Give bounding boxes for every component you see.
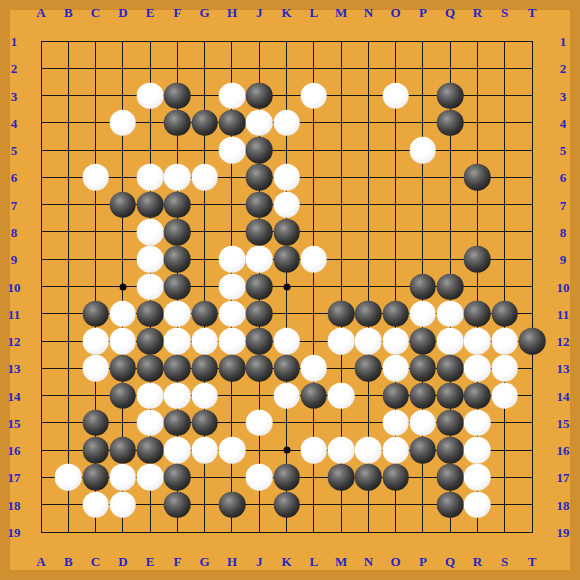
white-stone (437, 328, 464, 355)
column-label-bottom: H (227, 555, 237, 568)
white-stone (382, 355, 409, 382)
column-label-top: J (256, 6, 263, 19)
row-label-left: 13 (8, 362, 21, 375)
column-label-top: G (200, 6, 210, 19)
row-label-right: 3 (560, 89, 567, 102)
white-stone (137, 382, 164, 409)
black-stone (110, 355, 137, 382)
column-label-top: K (281, 6, 291, 19)
black-stone (246, 355, 273, 382)
black-stone (164, 219, 191, 246)
white-stone (300, 355, 327, 382)
column-label-top: C (91, 6, 100, 19)
black-stone (437, 382, 464, 409)
black-stone (437, 273, 464, 300)
row-label-left: 4 (11, 116, 18, 129)
white-stone (300, 246, 327, 273)
white-stone (219, 82, 246, 109)
black-stone (219, 355, 246, 382)
star-point (119, 283, 126, 290)
white-stone (464, 437, 491, 464)
row-label-right: 19 (557, 526, 570, 539)
white-stone (328, 328, 355, 355)
black-stone (164, 464, 191, 491)
white-stone (437, 300, 464, 327)
white-stone (164, 164, 191, 191)
column-label-bottom: Q (445, 555, 455, 568)
white-stone (300, 82, 327, 109)
grid-line (41, 150, 533, 151)
white-stone (82, 164, 109, 191)
black-stone (219, 491, 246, 518)
white-stone (464, 464, 491, 491)
black-stone (437, 82, 464, 109)
black-stone (382, 300, 409, 327)
column-label-top: N (364, 6, 373, 19)
column-label-bottom: S (501, 555, 508, 568)
white-stone (382, 328, 409, 355)
white-stone (137, 410, 164, 437)
black-stone (137, 355, 164, 382)
row-label-right: 2 (560, 62, 567, 75)
black-stone (437, 410, 464, 437)
black-stone (273, 491, 300, 518)
black-stone (246, 273, 273, 300)
white-stone (55, 464, 82, 491)
white-stone (164, 382, 191, 409)
white-stone (410, 137, 437, 164)
column-label-bottom: P (419, 555, 427, 568)
row-label-left: 18 (8, 498, 21, 511)
white-stone (491, 382, 518, 409)
row-label-right: 7 (560, 198, 567, 211)
black-stone (191, 110, 218, 137)
white-stone (273, 191, 300, 218)
white-stone (137, 464, 164, 491)
white-stone (355, 328, 382, 355)
black-stone (164, 110, 191, 137)
black-stone (110, 437, 137, 464)
row-label-left: 15 (8, 416, 21, 429)
black-stone (328, 464, 355, 491)
black-stone (137, 300, 164, 327)
white-stone (273, 164, 300, 191)
row-label-left: 9 (11, 253, 18, 266)
column-label-bottom: E (146, 555, 155, 568)
column-label-top: D (118, 6, 127, 19)
black-stone (273, 246, 300, 273)
row-label-left: 2 (11, 62, 18, 75)
column-label-bottom: L (309, 555, 318, 568)
black-stone (273, 464, 300, 491)
row-label-left: 3 (11, 89, 18, 102)
row-label-left: 14 (8, 389, 21, 402)
column-label-top: E (146, 6, 155, 19)
star-point (283, 447, 290, 454)
white-stone (137, 273, 164, 300)
black-stone (110, 191, 137, 218)
white-stone (110, 110, 137, 137)
row-label-left: 1 (11, 35, 18, 48)
black-stone (246, 137, 273, 164)
white-stone (382, 410, 409, 437)
column-label-top: S (501, 6, 508, 19)
black-stone (82, 437, 109, 464)
black-stone (137, 191, 164, 218)
grid-line (68, 41, 69, 533)
white-stone (300, 437, 327, 464)
column-label-top: R (473, 6, 482, 19)
row-label-right: 14 (557, 389, 570, 402)
black-stone (246, 82, 273, 109)
row-label-right: 11 (557, 307, 569, 320)
column-label-bottom: R (473, 555, 482, 568)
black-stone (464, 246, 491, 273)
column-label-top: L (309, 6, 318, 19)
column-label-bottom: D (118, 555, 127, 568)
row-label-left: 7 (11, 198, 18, 211)
white-stone (82, 328, 109, 355)
black-stone (519, 328, 546, 355)
white-stone (464, 328, 491, 355)
white-stone (246, 410, 273, 437)
white-stone (219, 137, 246, 164)
white-stone (246, 110, 273, 137)
black-stone (191, 300, 218, 327)
black-stone (164, 491, 191, 518)
row-label-right: 15 (557, 416, 570, 429)
row-label-left: 10 (8, 280, 21, 293)
black-stone (273, 219, 300, 246)
row-label-right: 6 (560, 171, 567, 184)
white-stone (191, 328, 218, 355)
column-label-top: Q (445, 6, 455, 19)
white-stone (246, 246, 273, 273)
column-label-top: M (335, 6, 347, 19)
black-stone (164, 355, 191, 382)
white-stone (273, 110, 300, 137)
row-label-right: 5 (560, 144, 567, 157)
black-stone (491, 300, 518, 327)
black-stone (164, 191, 191, 218)
black-stone (191, 355, 218, 382)
go-app-window: AABBCCDDEEFFGGHHJJKKLLMMNNOOPPQQRRSSTT11… (0, 0, 580, 580)
black-stone (191, 410, 218, 437)
row-label-left: 17 (8, 471, 21, 484)
row-label-left: 19 (8, 526, 21, 539)
column-label-bottom: G (200, 555, 210, 568)
row-label-left: 5 (11, 144, 18, 157)
grid-line (41, 41, 42, 533)
row-label-right: 10 (557, 280, 570, 293)
black-stone (164, 246, 191, 273)
white-stone (219, 246, 246, 273)
go-board[interactable]: AABBCCDDEEFFGGHHJJKKLLMMNNOOPPQQRRSSTT11… (0, 0, 580, 580)
row-label-right: 18 (557, 498, 570, 511)
white-stone (464, 410, 491, 437)
column-label-top: O (391, 6, 401, 19)
grid-line (504, 41, 505, 533)
white-stone (219, 328, 246, 355)
row-label-right: 17 (557, 471, 570, 484)
row-label-left: 8 (11, 225, 18, 238)
black-stone (246, 300, 273, 327)
white-stone (164, 437, 191, 464)
column-label-bottom: F (173, 555, 181, 568)
black-stone (246, 328, 273, 355)
column-label-top: F (173, 6, 181, 19)
column-label-bottom: T (528, 555, 537, 568)
column-label-bottom: A (36, 555, 45, 568)
black-stone (137, 328, 164, 355)
black-stone (464, 300, 491, 327)
white-stone (464, 491, 491, 518)
black-stone (437, 355, 464, 382)
white-stone (382, 437, 409, 464)
row-label-right: 13 (557, 362, 570, 375)
black-stone (410, 437, 437, 464)
grid-line (41, 41, 533, 42)
black-stone (246, 219, 273, 246)
black-stone (273, 355, 300, 382)
white-stone (164, 300, 191, 327)
grid-line (41, 532, 533, 533)
black-stone (82, 410, 109, 437)
white-stone (137, 219, 164, 246)
column-label-bottom: M (335, 555, 347, 568)
row-label-right: 16 (557, 444, 570, 457)
row-label-right: 1 (560, 35, 567, 48)
black-stone (437, 491, 464, 518)
black-stone (137, 437, 164, 464)
white-stone (382, 82, 409, 109)
white-stone (246, 464, 273, 491)
column-label-top: B (64, 6, 73, 19)
white-stone (410, 410, 437, 437)
white-stone (191, 382, 218, 409)
black-stone (382, 382, 409, 409)
black-stone (410, 273, 437, 300)
black-stone (464, 382, 491, 409)
grid-line (41, 68, 533, 69)
white-stone (491, 355, 518, 382)
row-label-right: 12 (557, 335, 570, 348)
column-label-bottom: J (256, 555, 263, 568)
black-stone (410, 355, 437, 382)
white-stone (82, 491, 109, 518)
white-stone (355, 437, 382, 464)
white-stone (219, 273, 246, 300)
white-stone (110, 328, 137, 355)
black-stone (82, 300, 109, 327)
black-stone (110, 382, 137, 409)
row-label-right: 9 (560, 253, 567, 266)
white-stone (328, 437, 355, 464)
row-label-right: 4 (560, 116, 567, 129)
column-label-top: T (528, 6, 537, 19)
white-stone (191, 437, 218, 464)
black-stone (410, 328, 437, 355)
black-stone (328, 300, 355, 327)
row-label-left: 16 (8, 444, 21, 457)
black-stone (437, 110, 464, 137)
white-stone (273, 328, 300, 355)
white-stone (110, 491, 137, 518)
black-stone (355, 355, 382, 382)
black-stone (164, 273, 191, 300)
black-stone (355, 300, 382, 327)
black-stone (437, 464, 464, 491)
black-stone (300, 382, 327, 409)
white-stone (219, 300, 246, 327)
black-stone (437, 437, 464, 464)
row-label-right: 8 (560, 225, 567, 238)
column-label-top: P (419, 6, 427, 19)
column-label-top: H (227, 6, 237, 19)
black-stone (464, 164, 491, 191)
white-stone (110, 464, 137, 491)
row-label-left: 12 (8, 335, 21, 348)
black-stone (164, 410, 191, 437)
black-stone (164, 82, 191, 109)
white-stone (82, 355, 109, 382)
row-label-left: 11 (8, 307, 20, 320)
white-stone (410, 300, 437, 327)
column-label-bottom: N (364, 555, 373, 568)
white-stone (137, 164, 164, 191)
white-stone (328, 382, 355, 409)
star-point (283, 283, 290, 290)
column-label-bottom: C (91, 555, 100, 568)
column-label-top: A (36, 6, 45, 19)
white-stone (137, 82, 164, 109)
white-stone (464, 355, 491, 382)
black-stone (246, 191, 273, 218)
white-stone (273, 382, 300, 409)
black-stone (355, 464, 382, 491)
black-stone (382, 464, 409, 491)
white-stone (191, 164, 218, 191)
white-stone (219, 437, 246, 464)
white-stone (164, 328, 191, 355)
row-label-left: 6 (11, 171, 18, 184)
black-stone (246, 164, 273, 191)
white-stone (110, 300, 137, 327)
column-label-bottom: B (64, 555, 73, 568)
white-stone (491, 328, 518, 355)
white-stone (137, 246, 164, 273)
grid-line (532, 41, 533, 533)
column-label-bottom: K (281, 555, 291, 568)
black-stone (219, 110, 246, 137)
black-stone (82, 464, 109, 491)
black-stone (410, 382, 437, 409)
column-label-bottom: O (391, 555, 401, 568)
